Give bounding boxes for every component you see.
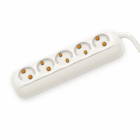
pin-hole-top <box>40 61 45 66</box>
ground-clip-right-icon <box>88 45 91 50</box>
pin-hole-bottom <box>47 67 52 72</box>
ground-clip-left-icon <box>37 67 40 72</box>
ground-clip-left-icon <box>56 59 59 64</box>
ground-clip-left-icon <box>93 42 96 47</box>
product-photo-power-strip <box>0 0 140 140</box>
pin-hole-bottom <box>83 50 88 55</box>
pin-hole-top <box>58 53 63 58</box>
ground-clip-right-icon <box>106 36 109 41</box>
pin-hole-top <box>95 36 100 41</box>
ground-clip-left-icon <box>74 50 77 55</box>
ground-clip-left-icon <box>19 75 22 80</box>
pin-hole-bottom <box>28 75 33 80</box>
pin-hole-top <box>21 69 26 74</box>
pin-hole-bottom <box>65 59 70 64</box>
pin-hole-top <box>77 45 82 50</box>
ground-clip-right-icon <box>69 53 72 58</box>
ground-clip-right-icon <box>32 69 35 74</box>
ground-clip-right-icon <box>51 61 54 66</box>
pin-hole-bottom <box>102 42 107 47</box>
